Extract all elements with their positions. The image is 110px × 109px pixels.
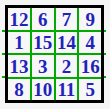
- cell-r2c0: 13: [8, 55, 30, 77]
- magic-square-diagram: 12 6 7 9 1 15 14 4 13 3 2 16 8 10 11 5: [0, 0, 110, 109]
- board-frame: 12 6 7 9 1 15 14 4 13 3 2 16 8 10 11 5: [5, 5, 104, 103]
- cell-r0c3: 9: [79, 8, 101, 30]
- cell-r2c2: 2: [56, 55, 78, 77]
- cell-r2c3: 16: [79, 55, 101, 77]
- number-grid: 12 6 7 9 1 15 14 4 13 3 2 16 8 10 11 5: [8, 8, 101, 100]
- grid-line-extension: [104, 30, 106, 32]
- cell-r3c2: 11: [56, 79, 78, 101]
- cell-r1c1: 15: [32, 32, 54, 54]
- cell-r0c0: 12: [8, 8, 30, 30]
- cell-r0c2: 7: [56, 8, 78, 30]
- cell-r1c2: 14: [56, 32, 78, 54]
- cell-r3c0: 8: [8, 79, 30, 101]
- cell-r3c1: 10: [32, 79, 54, 101]
- grid-line-extension: [104, 76, 106, 78]
- cell-r3c3: 5: [79, 79, 101, 101]
- cell-r2c1: 3: [32, 55, 54, 77]
- cell-r0c1: 6: [32, 8, 54, 30]
- cell-r1c0: 1: [8, 32, 30, 54]
- grid-line-extension: [104, 53, 106, 55]
- cell-r1c3: 4: [79, 32, 101, 54]
